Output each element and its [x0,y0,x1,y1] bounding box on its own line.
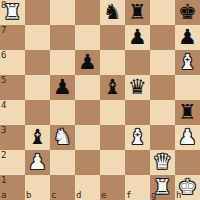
square-f8[interactable]: ♜ [125,0,150,25]
square-f3[interactable]: ♝ [125,125,150,150]
square-g8[interactable] [150,0,175,25]
square-b7[interactable] [25,25,50,50]
square-e4[interactable] [100,100,125,125]
square-a3[interactable]: 3 [0,125,25,150]
piece-black-rook-f8[interactable]: ♜ [125,0,150,25]
piece-black-knight-e8[interactable]: ♞ [100,0,125,25]
piece-black-rook-h4[interactable]: ♜ [175,100,200,125]
square-f7[interactable]: ♟ [125,25,150,50]
piece-white-bishop-f3[interactable]: ♝ [125,125,150,150]
piece-black-pawn-f7[interactable]: ♟ [125,25,150,50]
rank-label-5: 5 [1,76,6,85]
piece-white-rook-a8[interactable]: ♜ [0,0,25,25]
square-d2[interactable] [75,150,100,175]
square-c2[interactable] [50,150,75,175]
square-b6[interactable] [25,50,50,75]
square-g1[interactable]: g♜ [150,175,175,200]
piece-white-knight-c3[interactable]: ♞ [50,125,75,150]
square-f5[interactable]: ♛ [125,75,150,100]
piece-black-pawn-d6[interactable]: ♟ [75,50,100,75]
square-a8[interactable]: 8♜ [0,0,25,25]
rank-label-3: 3 [1,126,6,135]
square-a5[interactable]: 5 [0,75,25,100]
square-a7[interactable]: 7 [0,25,25,50]
square-a1[interactable]: 1a [0,175,25,200]
square-c6[interactable] [50,50,75,75]
square-b4[interactable] [25,100,50,125]
square-f6[interactable] [125,50,150,75]
square-b3[interactable]: ♝ [25,125,50,150]
file-label-e: e [101,191,106,200]
square-d4[interactable] [75,100,100,125]
square-g7[interactable] [150,25,175,50]
square-f2[interactable] [125,150,150,175]
file-label-a: a [1,191,6,200]
square-c8[interactable] [50,0,75,25]
file-label-f: f [126,191,131,200]
square-h2[interactable] [175,150,200,175]
square-e5[interactable]: ♝ [100,75,125,100]
rank-label-6: 6 [1,51,6,60]
square-d6[interactable]: ♟ [75,50,100,75]
square-e8[interactable]: ♞ [100,0,125,25]
square-e3[interactable] [100,125,125,150]
square-a6[interactable]: 6 [0,50,25,75]
piece-white-queen-g2[interactable]: ♛ [150,150,175,175]
square-h8[interactable]: ♚ [175,0,200,25]
square-d3[interactable] [75,125,100,150]
piece-black-king-h8[interactable]: ♚ [175,0,200,25]
piece-black-pawn-h7[interactable]: ♟ [175,25,200,50]
square-f4[interactable] [125,100,150,125]
square-b8[interactable] [25,0,50,25]
rank-label-4: 4 [1,101,6,110]
piece-white-rook-g1[interactable]: ♜ [150,175,175,200]
square-c4[interactable] [50,100,75,125]
square-d5[interactable] [75,75,100,100]
piece-black-bishop-b3[interactable]: ♝ [25,125,50,150]
piece-white-king-h1[interactable]: ♚ [175,175,200,200]
square-c1[interactable]: c [50,175,75,200]
piece-white-bishop-h6[interactable]: ♝ [175,50,200,75]
square-b5[interactable] [25,75,50,100]
square-d1[interactable]: d [75,175,100,200]
square-h7[interactable]: ♟ [175,25,200,50]
square-h4[interactable]: ♜ [175,100,200,125]
square-e7[interactable] [100,25,125,50]
square-g2[interactable]: ♛ [150,150,175,175]
square-d8[interactable] [75,0,100,25]
square-h3[interactable]: ♟ [175,125,200,150]
piece-black-queen-f5[interactable]: ♛ [125,75,150,100]
square-e1[interactable]: e [100,175,125,200]
square-e6[interactable] [100,50,125,75]
file-label-b: b [26,191,31,200]
rank-label-7: 7 [1,26,6,35]
square-f1[interactable]: f [125,175,150,200]
square-g3[interactable] [150,125,175,150]
rank-label-1: 1 [1,176,6,185]
square-c5[interactable]: ♟ [50,75,75,100]
chess-board: 8♜♞♜♚7♟♟6♟♝5♟♝♛4♜3♝♞♝♟2♟♛1abcdefg♜h♚ [0,0,200,200]
square-a2[interactable]: 2 [0,150,25,175]
square-d7[interactable] [75,25,100,50]
square-h5[interactable] [175,75,200,100]
square-g6[interactable] [150,50,175,75]
square-h6[interactable]: ♝ [175,50,200,75]
square-b2[interactable]: ♟ [25,150,50,175]
file-label-d: d [76,191,81,200]
piece-white-pawn-h3[interactable]: ♟ [175,125,200,150]
square-g4[interactable] [150,100,175,125]
square-a4[interactable]: 4 [0,100,25,125]
piece-black-bishop-e5[interactable]: ♝ [100,75,125,100]
square-g5[interactable] [150,75,175,100]
file-label-c: c [51,191,56,200]
piece-black-pawn-c5[interactable]: ♟ [50,75,75,100]
square-c7[interactable] [50,25,75,50]
rank-label-2: 2 [1,151,6,160]
square-c3[interactable]: ♞ [50,125,75,150]
square-b1[interactable]: b [25,175,50,200]
square-e2[interactable] [100,150,125,175]
piece-white-pawn-b2[interactable]: ♟ [25,150,50,175]
square-h1[interactable]: h♚ [175,175,200,200]
